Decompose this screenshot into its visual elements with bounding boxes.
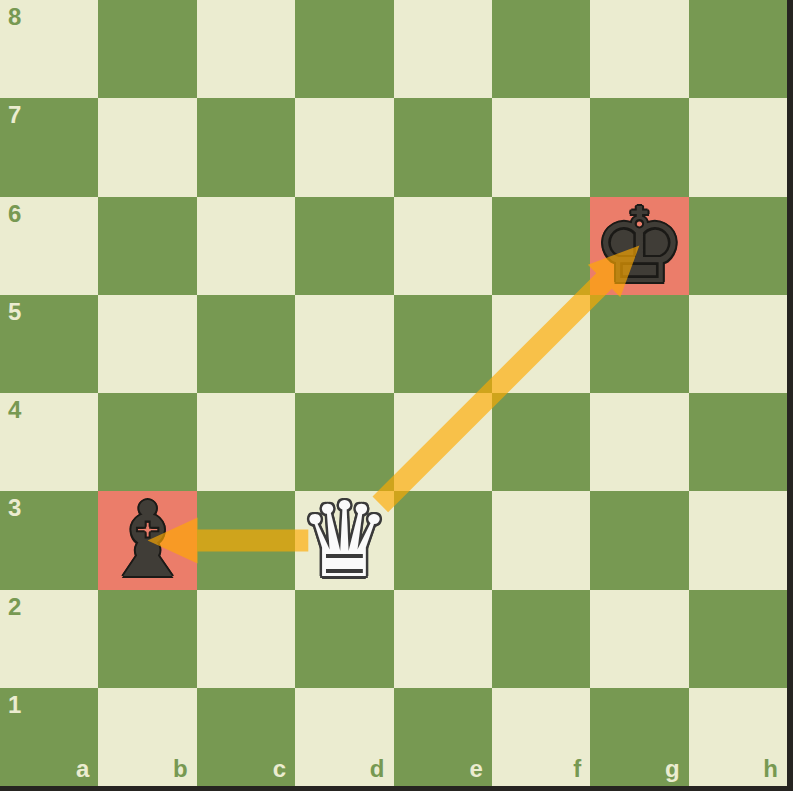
white-queen[interactable]: ♛	[295, 491, 393, 589]
rank-label-8: 8	[8, 5, 21, 29]
square-h4[interactable]	[689, 393, 787, 491]
square-b6[interactable]	[98, 197, 196, 295]
file-label-f: f	[573, 757, 581, 781]
square-h6[interactable]	[689, 197, 787, 295]
file-label-h: h	[763, 757, 778, 781]
black-king[interactable]: ♚	[590, 197, 688, 295]
rank-label-3: 3	[8, 496, 21, 520]
square-f7[interactable]	[492, 98, 590, 196]
file-label-c: c	[273, 757, 286, 781]
square-f4[interactable]	[492, 393, 590, 491]
rank-label-1: 1	[8, 693, 21, 717]
square-a4[interactable]: 4	[0, 393, 98, 491]
square-f8[interactable]	[492, 0, 590, 98]
file-label-g: g	[665, 757, 680, 781]
square-b4[interactable]	[98, 393, 196, 491]
rank-label-2: 2	[8, 595, 21, 619]
square-c8[interactable]	[197, 0, 295, 98]
square-e8[interactable]	[394, 0, 492, 98]
square-b2[interactable]	[98, 590, 196, 688]
rank-label-6: 6	[8, 202, 21, 226]
square-h3[interactable]	[689, 491, 787, 589]
square-d6[interactable]	[295, 197, 393, 295]
square-g4[interactable]	[590, 393, 688, 491]
square-h8[interactable]	[689, 0, 787, 98]
square-e1[interactable]: e	[394, 688, 492, 786]
square-d4[interactable]	[295, 393, 393, 491]
square-e4[interactable]	[394, 393, 492, 491]
square-d2[interactable]	[295, 590, 393, 688]
rank-label-4: 4	[8, 398, 21, 422]
square-f6[interactable]	[492, 197, 590, 295]
square-f3[interactable]	[492, 491, 590, 589]
black-bishop[interactable]: ♝	[98, 491, 196, 589]
square-h2[interactable]	[689, 590, 787, 688]
rank-label-7: 7	[8, 103, 21, 127]
square-d5[interactable]	[295, 295, 393, 393]
square-c2[interactable]	[197, 590, 295, 688]
square-g3[interactable]	[590, 491, 688, 589]
square-b8[interactable]	[98, 0, 196, 98]
square-f1[interactable]: f	[492, 688, 590, 786]
square-e2[interactable]	[394, 590, 492, 688]
square-a2[interactable]: 2	[0, 590, 98, 688]
square-g7[interactable]	[590, 98, 688, 196]
square-c3[interactable]	[197, 491, 295, 589]
square-f5[interactable]	[492, 295, 590, 393]
square-b7[interactable]	[98, 98, 196, 196]
square-h1[interactable]: h	[689, 688, 787, 786]
square-c5[interactable]	[197, 295, 295, 393]
square-g1[interactable]: g	[590, 688, 688, 786]
square-e7[interactable]	[394, 98, 492, 196]
square-a5[interactable]: 5	[0, 295, 98, 393]
square-c1[interactable]: c	[197, 688, 295, 786]
square-a6[interactable]: 6	[0, 197, 98, 295]
square-b5[interactable]	[98, 295, 196, 393]
square-a8[interactable]: 8	[0, 0, 98, 98]
square-c7[interactable]	[197, 98, 295, 196]
square-a7[interactable]: 7	[0, 98, 98, 196]
rank-label-5: 5	[8, 300, 21, 324]
square-h7[interactable]	[689, 98, 787, 196]
square-f2[interactable]	[492, 590, 590, 688]
square-g5[interactable]	[590, 295, 688, 393]
square-d7[interactable]	[295, 98, 393, 196]
square-e6[interactable]	[394, 197, 492, 295]
square-c4[interactable]	[197, 393, 295, 491]
file-label-d: d	[370, 757, 385, 781]
square-h5[interactable]	[689, 295, 787, 393]
file-label-e: e	[470, 757, 483, 781]
square-a3[interactable]: 3	[0, 491, 98, 589]
square-c6[interactable]	[197, 197, 295, 295]
square-a1[interactable]: 1a	[0, 688, 98, 786]
square-b1[interactable]: b	[98, 688, 196, 786]
square-d1[interactable]: d	[295, 688, 393, 786]
chess-board[interactable]: 87654321abcdefgh	[0, 0, 787, 786]
square-e3[interactable]	[394, 491, 492, 589]
square-g8[interactable]	[590, 0, 688, 98]
square-g2[interactable]	[590, 590, 688, 688]
chess-app-canvas: 87654321abcdefgh ♚♝♛	[0, 0, 793, 791]
square-d8[interactable]	[295, 0, 393, 98]
square-e5[interactable]	[394, 295, 492, 393]
file-label-a: a	[76, 757, 89, 781]
file-label-b: b	[173, 757, 188, 781]
